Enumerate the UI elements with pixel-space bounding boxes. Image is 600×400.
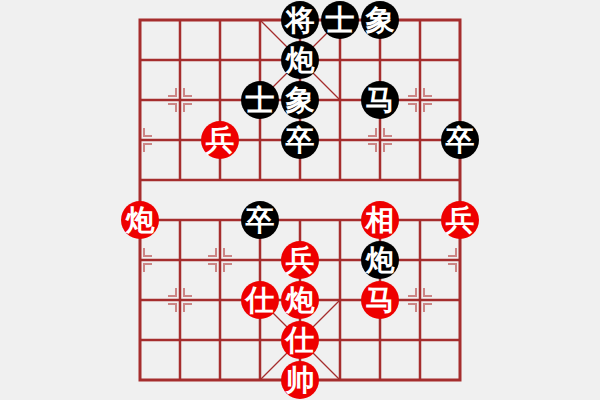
piece-red-advisor[interactable]: 仕 <box>281 321 319 359</box>
piece-black-elephant[interactable]: 象 <box>281 81 319 119</box>
piece-black-soldier[interactable]: 卒 <box>241 201 279 239</box>
piece-black-advisor[interactable]: 士 <box>321 1 359 39</box>
piece-red-cannon[interactable]: 炮 <box>121 201 159 239</box>
piece-black-horse[interactable]: 马 <box>361 81 399 119</box>
piece-black-cannon[interactable]: 炮 <box>281 41 319 79</box>
app-background: 将士象炮士象马卒卒卒炮兵炮相兵兵仕炮马仕帅 <box>0 0 600 400</box>
piece-black-general[interactable]: 将 <box>281 1 319 39</box>
piece-black-advisor[interactable]: 士 <box>241 81 279 119</box>
piece-black-soldier[interactable]: 卒 <box>441 121 479 159</box>
piece-red-soldier[interactable]: 兵 <box>281 241 319 279</box>
piece-black-soldier[interactable]: 卒 <box>281 121 319 159</box>
piece-black-elephant[interactable]: 象 <box>361 1 399 39</box>
piece-red-general[interactable]: 帅 <box>281 361 319 399</box>
xiangqi-pieces-layer: 将士象炮士象马卒卒卒炮兵炮相兵兵仕炮马仕帅 <box>120 0 480 400</box>
piece-red-advisor[interactable]: 仕 <box>241 281 279 319</box>
piece-red-elephant[interactable]: 相 <box>361 201 399 239</box>
piece-red-horse[interactable]: 马 <box>361 281 399 319</box>
piece-red-soldier[interactable]: 兵 <box>441 201 479 239</box>
piece-red-cannon[interactable]: 炮 <box>281 281 319 319</box>
piece-red-soldier[interactable]: 兵 <box>201 121 239 159</box>
piece-black-cannon[interactable]: 炮 <box>361 241 399 279</box>
